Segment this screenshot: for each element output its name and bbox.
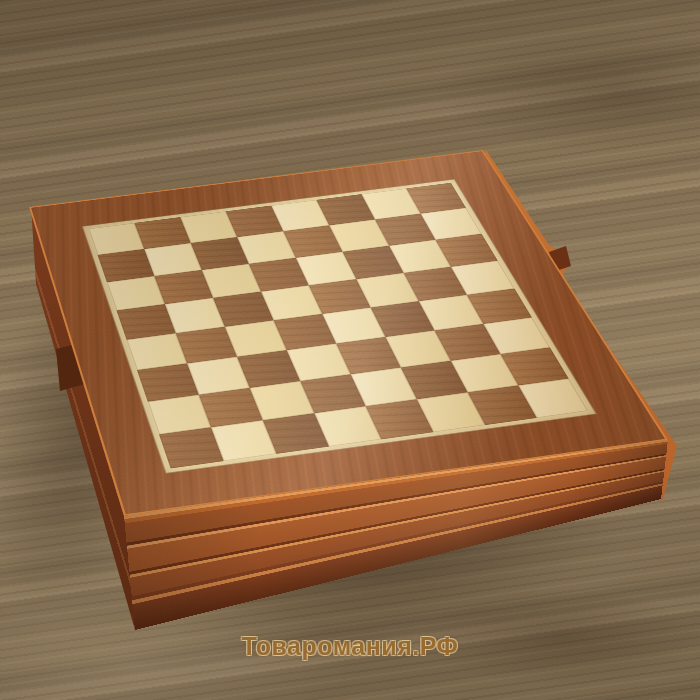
scene: Товаромания.РФ: [0, 0, 700, 700]
watermark: Товаромания.РФ: [0, 632, 700, 661]
